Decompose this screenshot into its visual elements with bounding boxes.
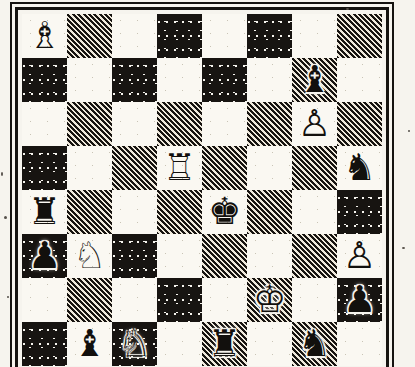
square-f1 <box>247 322 292 366</box>
piece-white-king: ♔ <box>253 278 286 322</box>
piece-black-bishop: ♝ <box>73 322 106 366</box>
square-h6 <box>337 102 382 146</box>
square-f5 <box>247 146 292 190</box>
square-b5 <box>67 146 112 190</box>
square-d6 <box>157 102 202 146</box>
square-d8 <box>157 14 202 58</box>
piece-white-pawn: ♙ <box>298 102 331 146</box>
square-g1: ♞ <box>292 322 337 366</box>
square-c4 <box>112 190 157 234</box>
square-f4 <box>247 190 292 234</box>
square-b6 <box>67 102 112 146</box>
piece-white-pawn: ♙ <box>343 234 376 278</box>
square-e8 <box>202 14 247 58</box>
square-d2 <box>157 278 202 322</box>
piece-black-knight: ♞ <box>298 322 331 366</box>
square-b2 <box>67 278 112 322</box>
square-d7 <box>157 58 202 102</box>
square-b4 <box>67 190 112 234</box>
piece-black-king: ♚ <box>208 190 241 234</box>
piece-black-rook: ♜ <box>28 190 61 234</box>
square-g8 <box>292 14 337 58</box>
square-c5 <box>112 146 157 190</box>
square-e7 <box>202 58 247 102</box>
square-e2 <box>202 278 247 322</box>
square-a6 <box>22 102 67 146</box>
square-a5 <box>22 146 67 190</box>
square-c8 <box>112 14 157 58</box>
square-e4: ♚ <box>202 190 247 234</box>
square-f8 <box>247 14 292 58</box>
square-h2: ♟ <box>337 278 382 322</box>
board-inner-frame: ♗♝♙♖♞♜♚♟♘♙♔♟♝♘♜♞ <box>15 7 389 367</box>
piece-black-rook: ♜ <box>208 322 241 366</box>
square-c7 <box>112 58 157 102</box>
piece-black-knight: ♞ <box>343 146 376 190</box>
piece-white-bishop: ♗ <box>28 14 61 58</box>
square-c6 <box>112 102 157 146</box>
square-g2 <box>292 278 337 322</box>
square-f6 <box>247 102 292 146</box>
square-c3 <box>112 234 157 278</box>
paper-speck <box>1 172 3 176</box>
square-d5: ♖ <box>157 146 202 190</box>
square-e6 <box>202 102 247 146</box>
chess-board: ♗♝♙♖♞♜♚♟♘♙♔♟♝♘♜♞ <box>22 14 382 366</box>
scanned-page: ♗♝♙♖♞♜♚♟♘♙♔♟♝♘♜♞ <box>0 0 415 367</box>
paper-speck <box>346 8 349 10</box>
square-b1: ♝ <box>67 322 112 366</box>
square-a2 <box>22 278 67 322</box>
square-f7 <box>247 58 292 102</box>
piece-white-knight: ♘ <box>118 322 151 366</box>
square-b7 <box>67 58 112 102</box>
paper-speck <box>408 130 410 132</box>
square-g4 <box>292 190 337 234</box>
square-a7 <box>22 58 67 102</box>
piece-white-knight: ♘ <box>73 234 106 278</box>
square-e3 <box>202 234 247 278</box>
piece-black-bishop: ♝ <box>298 58 331 102</box>
paper-speck <box>402 247 405 249</box>
square-c1: ♘ <box>112 322 157 366</box>
square-h8 <box>337 14 382 58</box>
square-d1 <box>157 322 202 366</box>
square-g3 <box>292 234 337 278</box>
paper-speck <box>4 216 7 219</box>
square-h4 <box>337 190 382 234</box>
square-c2 <box>112 278 157 322</box>
square-h5: ♞ <box>337 146 382 190</box>
square-g7: ♝ <box>292 58 337 102</box>
square-b8 <box>67 14 112 58</box>
square-a1 <box>22 322 67 366</box>
square-a3: ♟ <box>22 234 67 278</box>
square-f3 <box>247 234 292 278</box>
square-e1: ♜ <box>202 322 247 366</box>
square-a8: ♗ <box>22 14 67 58</box>
square-g5 <box>292 146 337 190</box>
square-b3: ♘ <box>67 234 112 278</box>
piece-white-rook: ♖ <box>163 146 196 190</box>
square-e5 <box>202 146 247 190</box>
piece-black-pawn: ♟ <box>343 278 376 322</box>
square-h7 <box>337 58 382 102</box>
square-g6: ♙ <box>292 102 337 146</box>
square-a4: ♜ <box>22 190 67 234</box>
paper-speck <box>7 296 9 298</box>
square-h1 <box>337 322 382 366</box>
square-d4 <box>157 190 202 234</box>
square-d3 <box>157 234 202 278</box>
board-outer-frame: ♗♝♙♖♞♜♚♟♘♙♔♟♝♘♜♞ <box>10 2 394 367</box>
square-h3: ♙ <box>337 234 382 278</box>
square-f2: ♔ <box>247 278 292 322</box>
piece-black-pawn: ♟ <box>28 234 61 278</box>
